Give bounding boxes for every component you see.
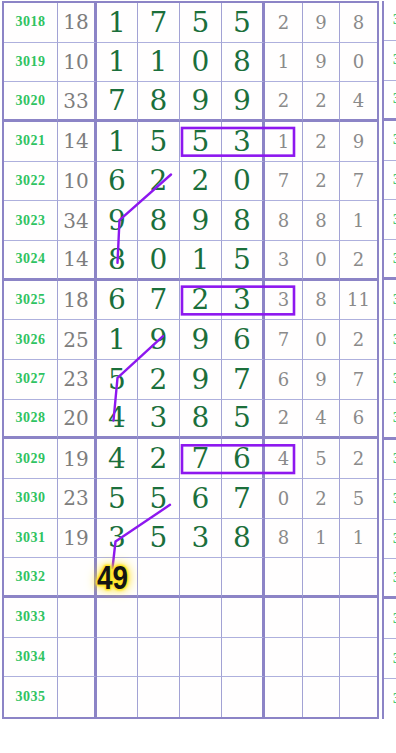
period-cell: 3021	[4, 122, 58, 162]
main-digit-cell: 9	[138, 320, 180, 360]
count-cell	[58, 677, 97, 717]
count-cell: 10	[58, 43, 97, 83]
main-digit-cell: 7	[222, 479, 265, 519]
next-section-sliver: 333333333333333333	[384, 1, 396, 719]
main-digit-cell: 5	[222, 400, 265, 440]
main-digit-cell: 3	[138, 400, 180, 440]
main-digit-cell: 3	[180, 519, 222, 559]
main-digit-cell: 8	[222, 43, 265, 83]
main-digit-cell	[222, 558, 265, 598]
aux-digit-cell: 1	[303, 519, 340, 559]
aux-digit-cell: 9	[303, 43, 340, 83]
main-digit-cell	[97, 558, 138, 598]
count-cell: 14	[58, 241, 97, 281]
aux-digit-cell: 7	[265, 320, 303, 360]
main-digit-cell: 4	[97, 400, 138, 440]
aux-digit-cell: 9	[303, 360, 340, 400]
aux-digit-cell: 7	[265, 162, 303, 202]
main-digit-cell	[138, 558, 180, 598]
main-digit-cell: 9	[180, 320, 222, 360]
period-cell: 3025	[4, 281, 58, 321]
sliver-row: 3	[384, 480, 396, 520]
sliver-row: 3	[384, 81, 396, 121]
aux-digit-cell: 2	[340, 320, 377, 360]
aux-digit-cell: 2	[303, 122, 340, 162]
count-cell	[58, 638, 97, 678]
aux-digit-cell: 9	[303, 3, 340, 43]
aux-digit-cell: 8	[265, 201, 303, 241]
aux-digit-cell: 0	[340, 43, 377, 83]
main-digit-cell: 6	[222, 320, 265, 360]
main-digit-cell: 5	[138, 122, 180, 162]
count-cell: 18	[58, 281, 97, 321]
aux-digit-cell: 2	[265, 3, 303, 43]
aux-digit-cell: 1	[265, 43, 303, 83]
main-digit-cell: 6	[180, 479, 222, 519]
count-cell: 23	[58, 360, 97, 400]
aux-digit-cell: 0	[265, 479, 303, 519]
sliver-row: 3	[384, 320, 396, 360]
aux-digit-cell: 1	[340, 201, 377, 241]
period-cell: 3032	[4, 558, 58, 598]
aux-digit-cell: 9	[340, 122, 377, 162]
main-digit-cell: 2	[180, 162, 222, 202]
main-digit-cell	[97, 677, 138, 717]
sliver-row: 3	[384, 240, 396, 280]
sliver-row: 3	[384, 639, 396, 679]
aux-digit-cell: 2	[303, 82, 340, 122]
aux-digit-cell: 5	[340, 479, 377, 519]
aux-digit-cell	[340, 598, 377, 638]
aux-digit-cell	[303, 677, 340, 717]
main-digit-cell: 8	[138, 201, 180, 241]
aux-digit-cell: 11	[340, 281, 377, 321]
main-digit-cell	[97, 598, 138, 638]
number-grid: 3018181755298301910110819030203378992243…	[2, 1, 379, 719]
sliver-row: 3	[384, 559, 396, 599]
aux-digit-cell	[303, 638, 340, 678]
aux-digit-cell	[340, 558, 377, 598]
main-digit-cell	[180, 598, 222, 638]
aux-digit-cell: 2	[303, 479, 340, 519]
aux-digit-cell	[265, 638, 303, 678]
aux-digit-cell: 8	[303, 201, 340, 241]
main-digit-cell: 5	[180, 3, 222, 43]
sliver-row: 3	[384, 440, 396, 480]
main-digit-cell	[138, 677, 180, 717]
main-digit-cell: 2	[138, 439, 180, 479]
count-cell: 14	[58, 122, 97, 162]
sliver-row: 3	[384, 280, 396, 320]
main-digit-cell	[138, 638, 180, 678]
main-digit-cell: 2	[138, 360, 180, 400]
count-cell	[58, 598, 97, 638]
main-digit-cell	[222, 677, 265, 717]
main-digit-cell: 0	[138, 241, 180, 281]
period-cell: 3026	[4, 320, 58, 360]
main-digit-cell	[180, 677, 222, 717]
count-cell: 33	[58, 82, 97, 122]
main-digit-cell	[180, 558, 222, 598]
aux-digit-cell: 6	[340, 400, 377, 440]
main-digit-cell: 7	[138, 3, 180, 43]
main-digit-cell: 2	[180, 281, 222, 321]
period-cell: 3023	[4, 201, 58, 241]
main-digit-cell: 8	[180, 400, 222, 440]
aux-digit-cell: 8	[265, 519, 303, 559]
period-cell: 3031	[4, 519, 58, 559]
aux-digit-cell	[265, 598, 303, 638]
sliver-row: 3	[384, 121, 396, 161]
main-digit-cell: 1	[180, 241, 222, 281]
aux-digit-cell: 2	[303, 162, 340, 202]
aux-digit-cell: 8	[340, 3, 377, 43]
aux-digit-cell: 6	[265, 360, 303, 400]
main-digit-cell: 7	[97, 82, 138, 122]
main-digit-cell: 5	[97, 360, 138, 400]
count-cell: 18	[58, 3, 97, 43]
aux-digit-cell	[265, 558, 303, 598]
count-cell	[58, 558, 97, 598]
main-digit-cell: 6	[97, 281, 138, 321]
main-digit-cell: 9	[180, 201, 222, 241]
count-cell: 19	[58, 519, 97, 559]
main-digit-cell: 8	[222, 201, 265, 241]
aux-digit-cell: 7	[340, 360, 377, 400]
aux-digit-cell: 3	[265, 241, 303, 281]
period-cell: 3030	[4, 479, 58, 519]
main-digit-cell: 8	[222, 519, 265, 559]
main-digit-cell: 0	[180, 43, 222, 83]
main-digit-cell	[97, 638, 138, 678]
sliver-row: 3	[384, 679, 396, 719]
period-cell: 3027	[4, 360, 58, 400]
main-digit-cell	[180, 638, 222, 678]
aux-digit-cell: 0	[303, 320, 340, 360]
main-digit-cell: 1	[97, 320, 138, 360]
main-digit-cell: 5	[97, 479, 138, 519]
main-digit-cell: 1	[97, 43, 138, 83]
main-digit-cell: 7	[180, 439, 222, 479]
sliver-row: 3	[384, 520, 396, 560]
aux-digit-cell	[265, 677, 303, 717]
sliver-row: 3	[384, 360, 396, 400]
period-cell: 3033	[4, 598, 58, 638]
main-digit-cell: 1	[97, 3, 138, 43]
period-cell: 3029	[4, 439, 58, 479]
main-digit-cell: 5	[138, 519, 180, 559]
period-cell: 3028	[4, 400, 58, 440]
count-cell: 25	[58, 320, 97, 360]
main-digit-cell: 8	[97, 241, 138, 281]
main-digit-cell: 5	[222, 241, 265, 281]
main-digit-cell: 7	[222, 360, 265, 400]
main-digit-cell	[222, 598, 265, 638]
sliver-row: 3	[384, 200, 396, 240]
sliver-row: 3	[384, 41, 396, 81]
aux-digit-cell: 2	[265, 82, 303, 122]
count-cell: 10	[58, 162, 97, 202]
aux-digit-cell: 5	[303, 439, 340, 479]
aux-digit-cell	[340, 638, 377, 678]
period-cell: 3024	[4, 241, 58, 281]
main-digit-cell	[138, 598, 180, 638]
count-cell: 20	[58, 400, 97, 440]
period-cell: 3034	[4, 638, 58, 678]
period-cell: 3019	[4, 43, 58, 83]
period-cell: 3035	[4, 677, 58, 717]
aux-digit-cell	[340, 677, 377, 717]
main-digit-cell: 1	[138, 43, 180, 83]
main-digit-cell: 5	[180, 122, 222, 162]
count-cell: 34	[58, 201, 97, 241]
sliver-row: 3	[384, 599, 396, 639]
main-digit-cell: 3	[97, 519, 138, 559]
main-digit-cell: 6	[222, 439, 265, 479]
aux-digit-cell: 4	[265, 439, 303, 479]
main-digit-cell: 3	[222, 122, 265, 162]
count-cell: 23	[58, 479, 97, 519]
period-cell: 3020	[4, 82, 58, 122]
aux-digit-cell: 0	[303, 241, 340, 281]
aux-digit-cell: 2	[340, 439, 377, 479]
aux-digit-cell: 3	[265, 281, 303, 321]
period-cell: 3022	[4, 162, 58, 202]
main-digit-cell: 4	[97, 439, 138, 479]
main-digit-cell: 9	[180, 360, 222, 400]
aux-digit-cell: 2	[340, 241, 377, 281]
aux-digit-cell: 4	[303, 400, 340, 440]
main-digit-cell: 1	[97, 122, 138, 162]
main-digit-cell: 3	[222, 281, 265, 321]
aux-digit-cell	[303, 598, 340, 638]
main-digit-cell: 9	[97, 201, 138, 241]
main-digit-cell: 0	[222, 162, 265, 202]
aux-digit-cell: 1	[265, 122, 303, 162]
sliver-row: 3	[384, 1, 396, 41]
sliver-row: 3	[384, 400, 396, 440]
period-cell: 3018	[4, 3, 58, 43]
lottery-trend-chart: 3018181755298301910110819030203378992243…	[0, 0, 396, 753]
count-cell: 19	[58, 439, 97, 479]
main-digit-cell: 7	[138, 281, 180, 321]
aux-digit-cell: 8	[303, 281, 340, 321]
aux-digit-cell: 1	[340, 519, 377, 559]
main-digit-cell: 9	[180, 82, 222, 122]
aux-digit-cell	[303, 558, 340, 598]
main-digit-cell: 6	[97, 162, 138, 202]
aux-digit-cell: 7	[340, 162, 377, 202]
main-digit-cell: 5	[222, 3, 265, 43]
main-digit-cell: 5	[138, 479, 180, 519]
sliver-row: 3	[384, 161, 396, 201]
main-digit-cell: 2	[138, 162, 180, 202]
main-digit-cell: 8	[138, 82, 180, 122]
aux-digit-cell: 4	[340, 82, 377, 122]
main-digit-cell	[222, 638, 265, 678]
aux-digit-cell: 2	[265, 400, 303, 440]
main-digit-cell: 9	[222, 82, 265, 122]
